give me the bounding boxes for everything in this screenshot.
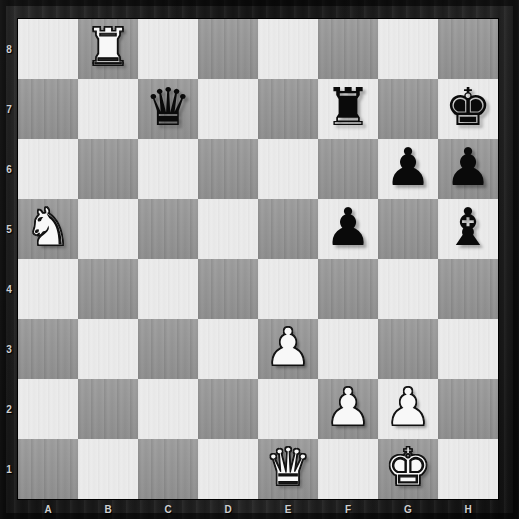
square-h3[interactable] xyxy=(438,319,498,379)
square-f6[interactable] xyxy=(318,139,378,199)
square-e3[interactable]: ♟ xyxy=(258,319,318,379)
square-b7[interactable] xyxy=(78,79,138,139)
square-c2[interactable] xyxy=(138,379,198,439)
square-e2[interactable] xyxy=(258,379,318,439)
square-a7[interactable] xyxy=(18,79,78,139)
square-e7[interactable] xyxy=(258,79,318,139)
square-g8[interactable] xyxy=(378,19,438,79)
square-c8[interactable] xyxy=(138,19,198,79)
square-h2[interactable] xyxy=(438,379,498,439)
white-king-g1[interactable]: ♚ xyxy=(385,441,432,493)
square-c4[interactable] xyxy=(138,259,198,319)
square-c5[interactable] xyxy=(138,199,198,259)
rank-label-2: 2 xyxy=(0,379,18,439)
square-h4[interactable] xyxy=(438,259,498,319)
square-h6[interactable]: ♟ xyxy=(438,139,498,199)
black-bishop-h5[interactable]: ♝ xyxy=(445,201,492,253)
square-g3[interactable] xyxy=(378,319,438,379)
square-a6[interactable] xyxy=(18,139,78,199)
file-label-f: F xyxy=(318,499,378,519)
rank-label-6: 6 xyxy=(0,139,18,199)
square-g1[interactable]: ♚ xyxy=(378,439,438,499)
file-label-g: G xyxy=(378,499,438,519)
black-rook-f7[interactable]: ♜ xyxy=(325,81,372,133)
black-pawn-h6[interactable]: ♟ xyxy=(445,141,492,193)
square-b3[interactable] xyxy=(78,319,138,379)
square-f1[interactable] xyxy=(318,439,378,499)
square-b5[interactable] xyxy=(78,199,138,259)
square-f2[interactable]: ♟ xyxy=(318,379,378,439)
square-e8[interactable] xyxy=(258,19,318,79)
square-h7[interactable]: ♚ xyxy=(438,79,498,139)
square-g6[interactable]: ♟ xyxy=(378,139,438,199)
file-label-e: E xyxy=(258,499,318,519)
square-e6[interactable] xyxy=(258,139,318,199)
square-a2[interactable] xyxy=(18,379,78,439)
square-d5[interactable] xyxy=(198,199,258,259)
square-b1[interactable] xyxy=(78,439,138,499)
black-queen-c7[interactable]: ♛ xyxy=(145,81,192,133)
square-a4[interactable] xyxy=(18,259,78,319)
square-f5[interactable]: ♟ xyxy=(318,199,378,259)
square-d6[interactable] xyxy=(198,139,258,199)
file-label-d: D xyxy=(198,499,258,519)
square-d2[interactable] xyxy=(198,379,258,439)
square-h5[interactable]: ♝ xyxy=(438,199,498,259)
file-label-b: B xyxy=(78,499,138,519)
square-d8[interactable] xyxy=(198,19,258,79)
file-label-h: H xyxy=(438,499,498,519)
square-g7[interactable] xyxy=(378,79,438,139)
black-pawn-g6[interactable]: ♟ xyxy=(385,141,432,193)
rank-label-8: 8 xyxy=(0,19,18,79)
chessboard-screenshot: 87654321 ABCDEFGH ♜♛♜♚♟♟♞♟♝♟♟♟♛♚ xyxy=(0,0,519,519)
square-c6[interactable] xyxy=(138,139,198,199)
white-queen-e1[interactable]: ♛ xyxy=(265,441,312,493)
white-pawn-e3[interactable]: ♟ xyxy=(265,321,312,373)
white-pawn-g2[interactable]: ♟ xyxy=(385,381,432,433)
square-b4[interactable] xyxy=(78,259,138,319)
file-label-c: C xyxy=(138,499,198,519)
square-d1[interactable] xyxy=(198,439,258,499)
black-king-h7[interactable]: ♚ xyxy=(445,81,492,133)
rank-label-7: 7 xyxy=(0,79,18,139)
square-a3[interactable] xyxy=(18,319,78,379)
square-d7[interactable] xyxy=(198,79,258,139)
square-h1[interactable] xyxy=(438,439,498,499)
square-e4[interactable] xyxy=(258,259,318,319)
square-f8[interactable] xyxy=(318,19,378,79)
square-g2[interactable]: ♟ xyxy=(378,379,438,439)
square-d3[interactable] xyxy=(198,319,258,379)
square-b2[interactable] xyxy=(78,379,138,439)
square-d4[interactable] xyxy=(198,259,258,319)
rank-label-5: 5 xyxy=(0,199,18,259)
square-g4[interactable] xyxy=(378,259,438,319)
white-rook-b8[interactable]: ♜ xyxy=(85,21,132,73)
square-e1[interactable]: ♛ xyxy=(258,439,318,499)
board: ♜♛♜♚♟♟♞♟♝♟♟♟♛♚ xyxy=(18,19,498,499)
square-f3[interactable] xyxy=(318,319,378,379)
square-a1[interactable] xyxy=(18,439,78,499)
white-pawn-f2[interactable]: ♟ xyxy=(325,381,372,433)
square-f7[interactable]: ♜ xyxy=(318,79,378,139)
square-c1[interactable] xyxy=(138,439,198,499)
square-e5[interactable] xyxy=(258,199,318,259)
square-f4[interactable] xyxy=(318,259,378,319)
square-b8[interactable]: ♜ xyxy=(78,19,138,79)
black-pawn-f5[interactable]: ♟ xyxy=(325,201,372,253)
square-b6[interactable] xyxy=(78,139,138,199)
square-h8[interactable] xyxy=(438,19,498,79)
rank-label-4: 4 xyxy=(0,259,18,319)
rank-label-1: 1 xyxy=(0,439,18,499)
square-g5[interactable] xyxy=(378,199,438,259)
rank-label-3: 3 xyxy=(0,319,18,379)
square-c3[interactable] xyxy=(138,319,198,379)
white-knight-a5[interactable]: ♞ xyxy=(25,201,72,253)
file-label-a: A xyxy=(18,499,78,519)
square-a8[interactable] xyxy=(18,19,78,79)
square-c7[interactable]: ♛ xyxy=(138,79,198,139)
square-a5[interactable]: ♞ xyxy=(18,199,78,259)
